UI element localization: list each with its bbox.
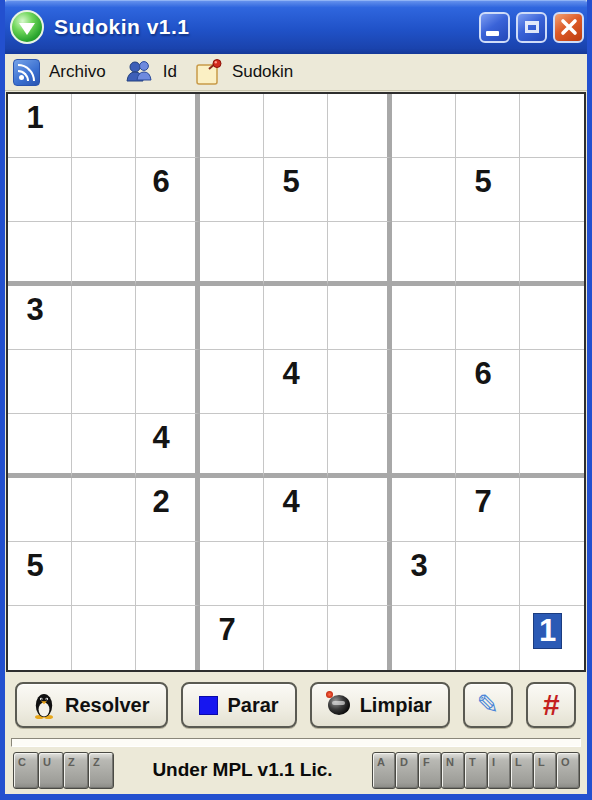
parar-button[interactable]: Parar bbox=[181, 682, 297, 728]
sudoku-cell-r5c3[interactable] bbox=[136, 350, 200, 414]
menu-label-id: Id bbox=[163, 62, 177, 82]
menu-item-id[interactable]: Id bbox=[122, 57, 185, 87]
cell-digit: 6 bbox=[152, 165, 169, 199]
sudoku-cell-r3c4[interactable] bbox=[200, 222, 264, 286]
sudoku-cell-r2c2[interactable] bbox=[72, 158, 136, 222]
sudoku-cell-r1c3[interactable] bbox=[136, 94, 200, 158]
window-title: Sudokin v1.1 bbox=[54, 15, 479, 39]
sudoku-cell-r7c4[interactable] bbox=[200, 478, 264, 542]
sudoku-cell-r9c3[interactable] bbox=[136, 606, 200, 670]
sudoku-cell-r4c6[interactable] bbox=[328, 286, 392, 350]
sudoku-cell-r2c6[interactable] bbox=[328, 158, 392, 222]
license-text: Under MPL v1.1 Lic. bbox=[123, 759, 362, 781]
sudoku-cell-r8c3[interactable] bbox=[136, 542, 200, 606]
sudoku-cell-r3c9[interactable] bbox=[520, 222, 584, 286]
cell-digit: 5 bbox=[26, 549, 43, 583]
keyboard-key-decoration: Z bbox=[88, 752, 114, 789]
sudoku-cell-r4c7[interactable] bbox=[392, 286, 456, 350]
cell-digit: 4 bbox=[282, 357, 299, 391]
sudoku-cell-r7c3[interactable]: 2 bbox=[136, 478, 200, 542]
grid-hash-button[interactable]: # bbox=[526, 682, 576, 728]
sudoku-cell-r5c6[interactable] bbox=[328, 350, 392, 414]
sudoku-cell-r8c7[interactable]: 3 bbox=[392, 542, 456, 606]
sudoku-cell-r8c2[interactable] bbox=[72, 542, 136, 606]
sudoku-cell-r9c4[interactable]: 7 bbox=[200, 606, 264, 670]
sudoku-cell-r5c2[interactable] bbox=[72, 350, 136, 414]
minimize-button[interactable] bbox=[479, 12, 510, 43]
sudoku-cell-r7c1[interactable] bbox=[8, 478, 72, 542]
sudoku-cell-r1c8[interactable] bbox=[456, 94, 520, 158]
sudoku-cell-r1c5[interactable] bbox=[264, 94, 328, 158]
sudoku-cell-r6c8[interactable] bbox=[456, 414, 520, 478]
sudoku-cell-r9c2[interactable] bbox=[72, 606, 136, 670]
keyboard-key-decoration: L bbox=[510, 752, 534, 789]
cell-digit: 7 bbox=[218, 613, 235, 647]
sudoku-cell-r6c1[interactable] bbox=[8, 414, 72, 478]
sudoku-cell-r2c9[interactable] bbox=[520, 158, 584, 222]
sudoku-cell-r8c1[interactable]: 5 bbox=[8, 542, 72, 606]
pencil-icon: ✎ bbox=[477, 692, 500, 719]
keyboard-key-decoration: T bbox=[464, 752, 488, 789]
cell-digit: 4 bbox=[282, 485, 299, 519]
resolver-button[interactable]: Resolver bbox=[15, 682, 168, 728]
sudoku-cell-r4c2[interactable] bbox=[72, 286, 136, 350]
toolbar: Resolver Parar Limpiar ✎ # bbox=[5, 674, 587, 736]
sudoku-cell-r1c9[interactable] bbox=[520, 94, 584, 158]
sudoku-cell-r7c5[interactable]: 4 bbox=[264, 478, 328, 542]
sudoku-cell-r7c2[interactable] bbox=[72, 478, 136, 542]
sudoku-cell-r7c6[interactable] bbox=[328, 478, 392, 542]
sudoku-cell-r7c8[interactable]: 7 bbox=[456, 478, 520, 542]
sudoku-cell-r2c5[interactable]: 5 bbox=[264, 158, 328, 222]
people-icon bbox=[124, 59, 154, 85]
sudoku-cell-r3c5[interactable] bbox=[264, 222, 328, 286]
cell-digit: 1 bbox=[26, 101, 43, 135]
sudoku-cell-r8c4[interactable] bbox=[200, 542, 264, 606]
selected-cell-digit: 1 bbox=[533, 613, 562, 649]
keyboard-key-decoration: L bbox=[533, 752, 557, 789]
pencil-button[interactable]: ✎ bbox=[463, 682, 513, 728]
sudoku-cell-r6c6[interactable] bbox=[328, 414, 392, 478]
keyboard-key-decoration: Z bbox=[63, 752, 89, 789]
sudoku-cell-r3c6[interactable] bbox=[328, 222, 392, 286]
sudoku-cell-r7c7[interactable] bbox=[392, 478, 456, 542]
cell-digit: 5 bbox=[282, 165, 299, 199]
sudoku-cell-r9c6[interactable] bbox=[328, 606, 392, 670]
keyboard-key-decoration: U bbox=[38, 752, 64, 789]
cell-digit: 6 bbox=[474, 357, 491, 391]
sudoku-cell-r4c9[interactable] bbox=[520, 286, 584, 350]
red-grid-hash-icon: # bbox=[543, 690, 559, 720]
resolver-label: Resolver bbox=[65, 694, 150, 717]
limpiar-button[interactable]: Limpiar bbox=[310, 682, 450, 728]
board-area: 165534642475371 bbox=[5, 91, 587, 674]
sudoku-cell-r3c2[interactable] bbox=[72, 222, 136, 286]
blue-square-stop-icon bbox=[199, 696, 218, 715]
tux-penguin-icon bbox=[33, 692, 55, 719]
sudoku-cell-r4c1[interactable]: 3 bbox=[8, 286, 72, 350]
sudoku-cell-r8c5[interactable] bbox=[264, 542, 328, 606]
sudoku-cell-r2c4[interactable] bbox=[200, 158, 264, 222]
sudoku-cell-r9c9[interactable]: 1 bbox=[520, 606, 584, 670]
rss-blue-icon bbox=[13, 59, 40, 86]
limpiar-label: Limpiar bbox=[360, 694, 432, 717]
cell-digit: 5 bbox=[474, 165, 491, 199]
sudoku-cell-r9c1[interactable] bbox=[8, 606, 72, 670]
keyboard-key-decoration: D bbox=[395, 752, 419, 789]
sudoku-cell-r5c9[interactable] bbox=[520, 350, 584, 414]
app-window: Sudokin v1.1 Archivo Id bbox=[0, 0, 592, 800]
sudoku-cell-r2c8[interactable]: 5 bbox=[456, 158, 520, 222]
sudoku-cell-r1c6[interactable] bbox=[328, 94, 392, 158]
statusbar: CUZZ Under MPL v1.1 Lic. ADFNTILLO bbox=[5, 750, 587, 794]
menu-label-archivo: Archivo bbox=[49, 62, 106, 82]
sudoku-cell-r3c7[interactable] bbox=[392, 222, 456, 286]
keyboard-key-decoration: C bbox=[13, 752, 39, 789]
sudoku-cell-r3c8[interactable] bbox=[456, 222, 520, 286]
sudoku-cell-r2c7[interactable] bbox=[392, 158, 456, 222]
sudoku-cell-r8c6[interactable] bbox=[328, 542, 392, 606]
sudoku-cell-r2c3[interactable]: 6 bbox=[136, 158, 200, 222]
keyboard-key-decoration: F bbox=[418, 752, 442, 789]
sudoku-cell-r9c5[interactable] bbox=[264, 606, 328, 670]
titlebar: Sudokin v1.1 bbox=[0, 0, 592, 54]
sudoku-cell-r6c2[interactable] bbox=[72, 414, 136, 478]
sudoku-cell-r3c3[interactable] bbox=[136, 222, 200, 286]
keyboard-key-decoration: A bbox=[372, 752, 396, 789]
sudoku-cell-r5c5[interactable]: 4 bbox=[264, 350, 328, 414]
sudoku-cell-r1c4[interactable] bbox=[200, 94, 264, 158]
sudoku-cell-r9c7[interactable] bbox=[392, 606, 456, 670]
close-icon bbox=[560, 18, 578, 36]
sudoku-cell-r7c9[interactable] bbox=[520, 478, 584, 542]
note-pushpin-icon bbox=[195, 59, 223, 86]
sudoku-cell-r1c2[interactable] bbox=[72, 94, 136, 158]
cell-digit: 3 bbox=[410, 549, 427, 583]
sudoku-cell-r4c8[interactable] bbox=[456, 286, 520, 350]
sudoku-cell-r6c7[interactable] bbox=[392, 414, 456, 478]
sudoku-cell-r1c7[interactable] bbox=[392, 94, 456, 158]
sudoku-cell-r9c8[interactable] bbox=[456, 606, 520, 670]
cell-digit: 7 bbox=[474, 485, 491, 519]
sudoku-cell-r5c1[interactable] bbox=[8, 350, 72, 414]
sudoku-cell-r5c8[interactable]: 6 bbox=[456, 350, 520, 414]
sudoku-cell-r6c9[interactable] bbox=[520, 414, 584, 478]
sudoku-cell-r6c3[interactable]: 4 bbox=[136, 414, 200, 478]
statusbar-left-keys: CUZZ bbox=[13, 752, 113, 789]
menu-label-sudokin: Sudokin bbox=[232, 62, 293, 82]
statusbar-right-keys: ADFNTILLO bbox=[372, 752, 579, 789]
sudoku-cell-r6c5[interactable] bbox=[264, 414, 328, 478]
progress-bar bbox=[11, 738, 581, 747]
sudoku-cell-r8c9[interactable] bbox=[520, 542, 584, 606]
keyboard-key-decoration: N bbox=[441, 752, 465, 789]
sudoku-cell-r5c4[interactable] bbox=[200, 350, 264, 414]
menu-item-archivo[interactable]: Archivo bbox=[11, 57, 114, 88]
cell-digit: 4 bbox=[152, 421, 169, 455]
sudoku-cell-r3c1[interactable] bbox=[8, 222, 72, 286]
app-icon bbox=[10, 10, 44, 44]
bomb-icon bbox=[328, 695, 350, 715]
sudoku-cell-r4c5[interactable] bbox=[264, 286, 328, 350]
maximize-button[interactable] bbox=[516, 12, 547, 43]
parar-label: Parar bbox=[228, 694, 279, 717]
sudoku-cell-r2c1[interactable] bbox=[8, 158, 72, 222]
menu-item-sudokin[interactable]: Sudokin bbox=[193, 57, 301, 88]
sudoku-board: 165534642475371 bbox=[6, 92, 586, 672]
cell-digit: 2 bbox=[152, 485, 169, 519]
cell-digit: 3 bbox=[26, 293, 43, 327]
menubar: Archivo Id Sudokin bbox=[5, 54, 587, 91]
keyboard-key-decoration: O bbox=[556, 752, 580, 789]
sudoku-cell-r5c7[interactable] bbox=[392, 350, 456, 414]
keyboard-key-decoration: I bbox=[487, 752, 511, 789]
close-button[interactable] bbox=[553, 12, 584, 43]
sudoku-cell-r6c4[interactable] bbox=[200, 414, 264, 478]
sudoku-cell-r8c8[interactable] bbox=[456, 542, 520, 606]
sudoku-cell-r4c3[interactable] bbox=[136, 286, 200, 350]
sudoku-cell-r1c1[interactable]: 1 bbox=[8, 94, 72, 158]
sudoku-cell-r4c4[interactable] bbox=[200, 286, 264, 350]
